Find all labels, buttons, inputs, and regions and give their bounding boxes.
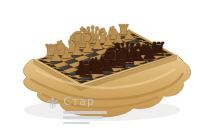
watermark-url-line (63, 122, 90, 124)
watermark-subtext-line (63, 111, 107, 114)
watermark: ⚜ Стар (45, 95, 107, 124)
watermark-subtext-line (63, 116, 103, 119)
fleur-de-lis-icon: ⚜ (45, 95, 60, 112)
watermark-text: Стар (63, 96, 107, 107)
watermark-text-block: Стар (63, 95, 107, 124)
chess-set-product-photo: ♜♟♞♟♝♟♛♟♚♟♟♝♜♟♟♞♞♟♟♜♝♟♟♛♟♚♟♝♟♞♟♜ ⚜ Стар (0, 0, 200, 133)
